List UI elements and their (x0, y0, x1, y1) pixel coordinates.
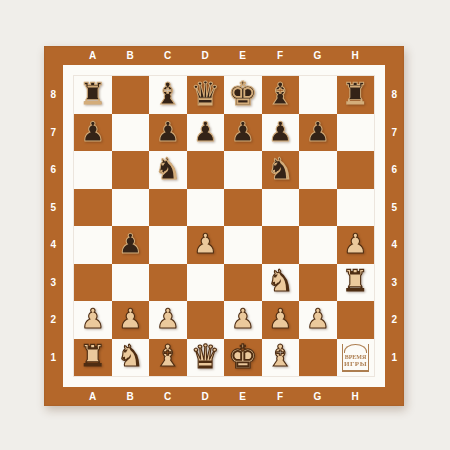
rank-label-2: 2 (385, 301, 404, 339)
white-pawn-f2: ♟ (268, 305, 292, 332)
square-e2[interactable]: ♟ (224, 301, 262, 339)
black-bishop-c8: ♝ (154, 79, 181, 109)
square-c3[interactable] (149, 264, 187, 302)
square-f1[interactable]: ♝ (262, 339, 300, 377)
file-label-f: F (262, 387, 300, 406)
file-label-d: D (187, 46, 225, 65)
black-king-e8: ♚ (228, 77, 258, 110)
black-rook-h8: ♜ (342, 79, 369, 109)
square-e8[interactable]: ♚ (224, 76, 262, 114)
square-d3[interactable] (187, 264, 225, 302)
white-pawn-d4: ♟ (193, 230, 217, 257)
board-grid: ВРЕМЯ ИГРЫ ♜♝♛♚♝♜♟♟♟♟♟♟♞♞♟♟♟♞♜♟♟♟♟♟♟♜♞♝♛… (74, 76, 374, 376)
file-labels-bottom: ABCDEFGH (74, 387, 374, 406)
square-h6[interactable] (337, 151, 375, 189)
square-a6[interactable] (74, 151, 112, 189)
file-label-h: H (337, 387, 375, 406)
square-h3[interactable]: ♜ (337, 264, 375, 302)
photo-background: ABCDEFGH ABCDEFGH 87654321 87654321 ВРЕМ… (0, 0, 450, 450)
black-pawn-d7: ♟ (193, 118, 217, 145)
file-label-e: E (224, 387, 262, 406)
square-b3[interactable] (112, 264, 150, 302)
square-f8[interactable]: ♝ (262, 76, 300, 114)
black-rook-a8: ♜ (79, 79, 106, 109)
logo-text-line2: ИГРЫ (344, 360, 367, 368)
square-b1[interactable]: ♞ (112, 339, 150, 377)
file-label-e: E (224, 46, 262, 65)
file-label-h: H (337, 46, 375, 65)
square-e7[interactable]: ♟ (224, 114, 262, 152)
square-h7[interactable] (337, 114, 375, 152)
square-d8[interactable]: ♛ (187, 76, 225, 114)
square-b2[interactable]: ♟ (112, 301, 150, 339)
square-c8[interactable]: ♝ (149, 76, 187, 114)
file-label-g: G (299, 387, 337, 406)
black-pawn-a7: ♟ (81, 118, 105, 145)
square-a2[interactable]: ♟ (74, 301, 112, 339)
white-pawn-c2: ♟ (156, 305, 180, 332)
square-e6[interactable] (224, 151, 262, 189)
square-d1[interactable]: ♛ (187, 339, 225, 377)
square-a1[interactable]: ♜ (74, 339, 112, 377)
square-a4[interactable] (74, 226, 112, 264)
rank-label-1: 1 (385, 339, 404, 377)
white-bishop-f1: ♝ (267, 341, 294, 371)
file-label-c: C (149, 46, 187, 65)
white-pawn-h4: ♟ (343, 230, 367, 257)
square-f6[interactable]: ♞ (262, 151, 300, 189)
square-a8[interactable]: ♜ (74, 76, 112, 114)
rank-label-1: 1 (44, 339, 63, 377)
rank-label-8: 8 (44, 76, 63, 114)
black-knight-c6: ♞ (154, 154, 181, 184)
black-queen-d8: ♛ (190, 77, 220, 110)
square-g8[interactable] (299, 76, 337, 114)
rank-label-2: 2 (44, 301, 63, 339)
rank-label-8: 8 (385, 76, 404, 114)
rank-label-7: 7 (44, 114, 63, 152)
rank-label-5: 5 (385, 189, 404, 227)
square-f7[interactable]: ♟ (262, 114, 300, 152)
file-label-b: B (112, 46, 150, 65)
square-e4[interactable] (224, 226, 262, 264)
square-g3[interactable] (299, 264, 337, 302)
square-c1[interactable]: ♝ (149, 339, 187, 377)
rank-label-3: 3 (385, 264, 404, 302)
square-g5[interactable] (299, 189, 337, 227)
white-pawn-a2: ♟ (81, 305, 105, 332)
rank-label-5: 5 (44, 189, 63, 227)
square-e1[interactable]: ♚ (224, 339, 262, 377)
square-g1[interactable] (299, 339, 337, 377)
square-e3[interactable] (224, 264, 262, 302)
rank-label-4: 4 (385, 226, 404, 264)
logo-arch-icon (344, 344, 367, 353)
rank-label-6: 6 (44, 151, 63, 189)
square-g7[interactable]: ♟ (299, 114, 337, 152)
white-knight-b1: ♞ (117, 341, 144, 371)
rank-label-6: 6 (385, 151, 404, 189)
rank-label-4: 4 (44, 226, 63, 264)
board-inner-margin: ВРЕМЯ ИГРЫ ♜♝♛♚♝♜♟♟♟♟♟♟♞♞♟♟♟♞♜♟♟♟♟♟♟♜♞♝♛… (63, 65, 385, 387)
demonstration-chess-board: ABCDEFGH ABCDEFGH 87654321 87654321 ВРЕМ… (44, 46, 404, 406)
brand-logo: ВРЕМЯ ИГРЫ (342, 344, 369, 372)
file-label-b: B (112, 387, 150, 406)
white-rook-a1: ♜ (79, 341, 106, 371)
rank-label-3: 3 (44, 264, 63, 302)
square-e5[interactable] (224, 189, 262, 227)
square-b4[interactable]: ♟ (112, 226, 150, 264)
square-f2[interactable]: ♟ (262, 301, 300, 339)
square-g4[interactable] (299, 226, 337, 264)
square-c2[interactable]: ♟ (149, 301, 187, 339)
square-f3[interactable]: ♞ (262, 264, 300, 302)
square-h4[interactable]: ♟ (337, 226, 375, 264)
black-pawn-c7: ♟ (156, 118, 180, 145)
square-d2[interactable] (187, 301, 225, 339)
square-b8[interactable] (112, 76, 150, 114)
black-pawn-g7: ♟ (306, 118, 330, 145)
white-knight-f3: ♞ (267, 266, 294, 296)
square-b7[interactable] (112, 114, 150, 152)
square-f4[interactable] (262, 226, 300, 264)
square-c5[interactable] (149, 189, 187, 227)
rank-labels-right: 87654321 (385, 76, 404, 376)
square-d6[interactable] (187, 151, 225, 189)
black-knight-f6: ♞ (267, 154, 294, 184)
square-d7[interactable]: ♟ (187, 114, 225, 152)
file-label-g: G (299, 46, 337, 65)
square-c4[interactable] (149, 226, 187, 264)
square-c6[interactable]: ♞ (149, 151, 187, 189)
file-label-a: A (74, 387, 112, 406)
white-bishop-c1: ♝ (154, 341, 181, 371)
white-pawn-g2: ♟ (306, 305, 330, 332)
square-b5[interactable] (112, 189, 150, 227)
file-label-c: C (149, 387, 187, 406)
square-g6[interactable] (299, 151, 337, 189)
black-pawn-b4: ♟ (118, 230, 142, 257)
square-d4[interactable]: ♟ (187, 226, 225, 264)
file-labels-top: ABCDEFGH (74, 46, 374, 65)
file-label-f: F (262, 46, 300, 65)
file-label-a: A (74, 46, 112, 65)
white-king-e1: ♚ (228, 340, 258, 373)
square-c7[interactable]: ♟ (149, 114, 187, 152)
square-f5[interactable] (262, 189, 300, 227)
square-h8[interactable]: ♜ (337, 76, 375, 114)
rank-label-7: 7 (385, 114, 404, 152)
square-a3[interactable] (74, 264, 112, 302)
square-d5[interactable] (187, 189, 225, 227)
white-queen-d1: ♛ (190, 340, 220, 373)
white-pawn-b2: ♟ (118, 305, 142, 332)
black-pawn-e7: ♟ (231, 118, 255, 145)
white-rook-h3: ♜ (342, 266, 369, 296)
white-pawn-e2: ♟ (231, 305, 255, 332)
black-bishop-f8: ♝ (267, 79, 294, 109)
square-h5[interactable] (337, 189, 375, 227)
square-b6[interactable] (112, 151, 150, 189)
square-h2[interactable] (337, 301, 375, 339)
square-a7[interactable]: ♟ (74, 114, 112, 152)
square-g2[interactable]: ♟ (299, 301, 337, 339)
file-label-d: D (187, 387, 225, 406)
black-pawn-f7: ♟ (268, 118, 292, 145)
rank-labels-left: 87654321 (44, 76, 63, 376)
square-a5[interactable] (74, 189, 112, 227)
